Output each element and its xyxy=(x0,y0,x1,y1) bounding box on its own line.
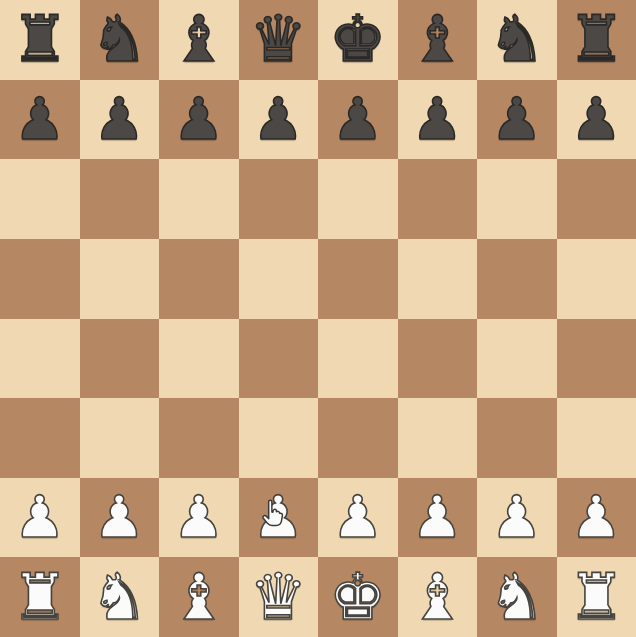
square-h3[interactable] xyxy=(557,398,636,478)
piece-black-queen[interactable]: ♛ xyxy=(250,0,307,79)
piece-white-pawn[interactable]: ♟ xyxy=(491,478,543,557)
piece-black-bishop[interactable]: ♝ xyxy=(409,0,466,79)
piece-black-pawn[interactable]: ♟ xyxy=(570,80,622,159)
piece-white-pawn[interactable]: ♟ xyxy=(570,478,622,557)
square-d3[interactable] xyxy=(239,398,319,478)
piece-white-bishop[interactable]: ♝ xyxy=(170,558,227,637)
square-e1[interactable]: ♚ xyxy=(318,557,398,637)
square-e6[interactable] xyxy=(318,159,398,239)
square-f6[interactable] xyxy=(398,159,478,239)
piece-white-pawn[interactable]: ♟ xyxy=(252,478,304,557)
square-c3[interactable] xyxy=(159,398,239,478)
piece-black-pawn[interactable]: ♟ xyxy=(252,80,304,159)
square-d4[interactable] xyxy=(239,319,319,399)
piece-black-pawn[interactable]: ♟ xyxy=(411,80,463,159)
piece-white-knight[interactable]: ♞ xyxy=(488,558,545,637)
square-a3[interactable] xyxy=(0,398,80,478)
square-d6[interactable] xyxy=(239,159,319,239)
square-e4[interactable] xyxy=(318,319,398,399)
piece-white-pawn[interactable]: ♟ xyxy=(411,478,463,557)
piece-black-pawn[interactable]: ♟ xyxy=(173,80,225,159)
square-h5[interactable] xyxy=(557,239,636,319)
square-d2[interactable]: ♟ xyxy=(239,478,319,558)
square-b2[interactable]: ♟ xyxy=(80,478,160,558)
piece-white-pawn[interactable]: ♟ xyxy=(332,478,384,557)
piece-white-pawn[interactable]: ♟ xyxy=(173,478,225,557)
piece-white-bishop[interactable]: ♝ xyxy=(409,558,466,637)
piece-white-pawn[interactable]: ♟ xyxy=(14,478,66,557)
square-g7[interactable]: ♟ xyxy=(477,80,557,160)
piece-black-pawn[interactable]: ♟ xyxy=(14,80,66,159)
piece-black-rook[interactable]: ♜ xyxy=(11,0,68,79)
square-h4[interactable] xyxy=(557,319,636,399)
square-f5[interactable] xyxy=(398,239,478,319)
square-a4[interactable] xyxy=(0,319,80,399)
square-b7[interactable]: ♟ xyxy=(80,80,160,160)
square-c7[interactable]: ♟ xyxy=(159,80,239,160)
square-h1[interactable]: ♜ xyxy=(557,557,636,637)
square-a2[interactable]: ♟ xyxy=(0,478,80,558)
square-h6[interactable] xyxy=(557,159,636,239)
piece-black-knight[interactable]: ♞ xyxy=(91,0,148,79)
piece-white-rook[interactable]: ♜ xyxy=(11,558,68,637)
square-e7[interactable]: ♟ xyxy=(318,80,398,160)
square-b8[interactable]: ♞ xyxy=(80,0,160,80)
square-a5[interactable] xyxy=(0,239,80,319)
square-d5[interactable] xyxy=(239,239,319,319)
piece-white-rook[interactable]: ♜ xyxy=(568,558,625,637)
square-d8[interactable]: ♛ xyxy=(239,0,319,80)
square-g6[interactable] xyxy=(477,159,557,239)
piece-black-pawn[interactable]: ♟ xyxy=(491,80,543,159)
square-f8[interactable]: ♝ xyxy=(398,0,478,80)
square-b4[interactable] xyxy=(80,319,160,399)
square-h8[interactable]: ♜ xyxy=(557,0,636,80)
square-a1[interactable]: ♜ xyxy=(0,557,80,637)
square-e8[interactable]: ♚ xyxy=(318,0,398,80)
square-f3[interactable] xyxy=(398,398,478,478)
square-h2[interactable]: ♟ xyxy=(557,478,636,558)
square-b5[interactable] xyxy=(80,239,160,319)
square-d1[interactable]: ♛ xyxy=(239,557,319,637)
chess-board: ♜♞♝♛♚♝♞♜♟♟♟♟♟♟♟♟♟♟♟♟♟♟♟♟♜♞♝♛♚♝♞♜ xyxy=(0,0,636,637)
piece-black-rook[interactable]: ♜ xyxy=(568,0,625,79)
piece-black-pawn[interactable]: ♟ xyxy=(332,80,384,159)
square-c1[interactable]: ♝ xyxy=(159,557,239,637)
square-g3[interactable] xyxy=(477,398,557,478)
square-e2[interactable]: ♟ xyxy=(318,478,398,558)
piece-white-king[interactable]: ♚ xyxy=(329,558,386,637)
square-c5[interactable] xyxy=(159,239,239,319)
square-g8[interactable]: ♞ xyxy=(477,0,557,80)
piece-white-pawn[interactable]: ♟ xyxy=(93,478,145,557)
square-g5[interactable] xyxy=(477,239,557,319)
square-b3[interactable] xyxy=(80,398,160,478)
square-f7[interactable]: ♟ xyxy=(398,80,478,160)
square-g4[interactable] xyxy=(477,319,557,399)
piece-white-knight[interactable]: ♞ xyxy=(91,558,148,637)
square-f2[interactable]: ♟ xyxy=(398,478,478,558)
chess-app: ♜♞♝♛♚♝♞♜♟♟♟♟♟♟♟♟♟♟♟♟♟♟♟♟♜♞♝♛♚♝♞♜ xyxy=(0,0,636,637)
square-a8[interactable]: ♜ xyxy=(0,0,80,80)
square-c6[interactable] xyxy=(159,159,239,239)
square-h7[interactable]: ♟ xyxy=(557,80,636,160)
piece-white-queen[interactable]: ♛ xyxy=(250,558,307,637)
square-a6[interactable] xyxy=(0,159,80,239)
square-c8[interactable]: ♝ xyxy=(159,0,239,80)
square-e5[interactable] xyxy=(318,239,398,319)
square-f1[interactable]: ♝ xyxy=(398,557,478,637)
square-g2[interactable]: ♟ xyxy=(477,478,557,558)
piece-black-bishop[interactable]: ♝ xyxy=(170,0,227,79)
square-f4[interactable] xyxy=(398,319,478,399)
square-b6[interactable] xyxy=(80,159,160,239)
piece-black-pawn[interactable]: ♟ xyxy=(93,80,145,159)
square-a7[interactable]: ♟ xyxy=(0,80,80,160)
square-b1[interactable]: ♞ xyxy=(80,557,160,637)
piece-black-knight[interactable]: ♞ xyxy=(488,0,545,79)
square-c4[interactable] xyxy=(159,319,239,399)
square-c2[interactable]: ♟ xyxy=(159,478,239,558)
piece-black-king[interactable]: ♚ xyxy=(329,0,386,79)
square-d7[interactable]: ♟ xyxy=(239,80,319,160)
square-g1[interactable]: ♞ xyxy=(477,557,557,637)
square-e3[interactable] xyxy=(318,398,398,478)
